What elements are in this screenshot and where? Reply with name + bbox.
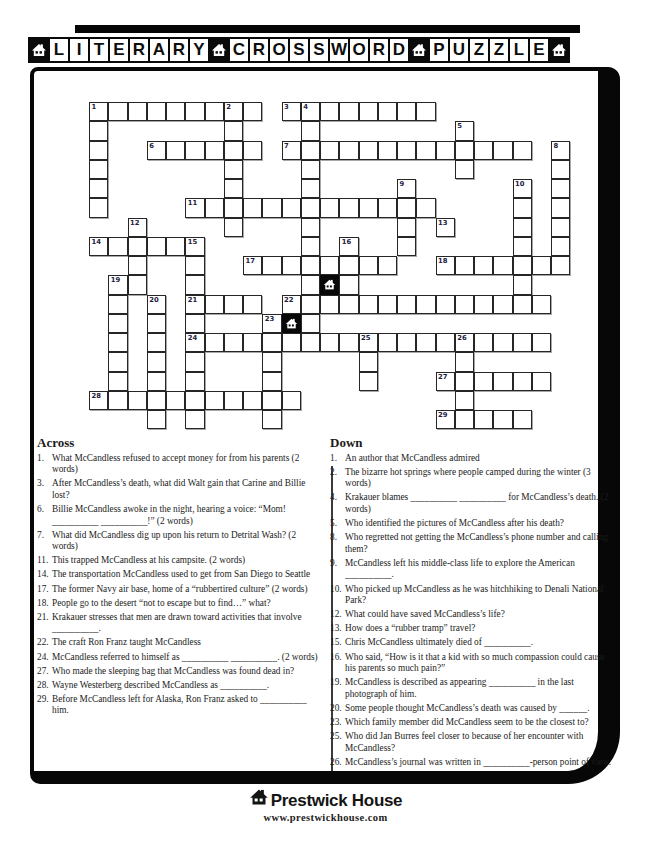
grid-cell[interactable] xyxy=(493,256,512,275)
grid-cell[interactable] xyxy=(513,198,532,217)
clue-number-label: 28. xyxy=(37,680,52,692)
grid-cell[interactable] xyxy=(282,333,301,352)
grid-cell[interactable] xyxy=(185,256,204,275)
grid-cell[interactable] xyxy=(224,218,243,237)
grid-cell[interactable] xyxy=(224,333,243,352)
grid-cell[interactable] xyxy=(166,102,185,121)
grid-cell[interactable]: 4 xyxy=(301,102,320,121)
grid-cell[interactable]: 28 xyxy=(89,391,108,410)
grid-cell[interactable] xyxy=(416,295,435,314)
clue-text: Who did Jan Burres feel closer to becaus… xyxy=(345,731,616,754)
grid-cell[interactable] xyxy=(532,295,551,314)
grid-cell[interactable] xyxy=(243,333,262,352)
title-letter-box: U xyxy=(448,37,470,63)
house-icon xyxy=(411,42,427,58)
grid-gap xyxy=(416,218,435,237)
grid-cell[interactable] xyxy=(166,391,185,410)
grid-cell[interactable] xyxy=(416,102,435,121)
grid-gap xyxy=(436,237,455,256)
grid-cell[interactable] xyxy=(474,295,493,314)
title-letter-box: Z xyxy=(488,37,510,63)
down-heading: Down xyxy=(330,437,616,449)
grid-cell[interactable] xyxy=(301,179,320,198)
grid-cell[interactable] xyxy=(224,121,243,140)
grid-gap xyxy=(339,352,358,371)
grid-cell[interactable] xyxy=(282,256,301,275)
grid-cell[interactable] xyxy=(339,198,358,217)
grid-gap xyxy=(455,237,474,256)
grid-cell[interactable] xyxy=(108,102,127,121)
grid-cell[interactable] xyxy=(89,179,108,198)
grid-gap xyxy=(378,314,397,333)
grid-cell[interactable]: 26 xyxy=(455,333,474,352)
grid-cell[interactable] xyxy=(108,352,127,371)
brand-name: Prestwick House xyxy=(271,791,403,811)
grid-gap xyxy=(205,121,224,140)
grid-gap xyxy=(205,275,224,294)
grid-cell[interactable] xyxy=(455,141,474,160)
grid-cell[interactable] xyxy=(513,333,532,352)
title-letter-box: S xyxy=(308,37,330,63)
grid-cell[interactable] xyxy=(474,141,493,160)
clue-text: McCandless left his middle-class life to… xyxy=(345,558,616,581)
grid-cell[interactable] xyxy=(493,295,512,314)
clue-number: 3 xyxy=(284,103,289,111)
grid-cell[interactable] xyxy=(493,141,512,160)
grid-cell[interactable] xyxy=(474,372,493,391)
grid-cell[interactable] xyxy=(262,256,281,275)
grid-cell[interactable] xyxy=(551,237,570,256)
grid-cell[interactable] xyxy=(185,102,204,121)
grid-cell[interactable] xyxy=(378,102,397,121)
clue-number-label: 1. xyxy=(330,453,345,465)
clue-number-label: 23. xyxy=(330,717,345,729)
grid-cell[interactable] xyxy=(301,333,320,352)
clue-text: Who said, “How is it that a kid with so … xyxy=(345,652,616,675)
grid-gap xyxy=(243,275,262,294)
grid-cell[interactable] xyxy=(551,218,570,237)
clue-number: 2 xyxy=(226,103,231,111)
clue-number-label: 18. xyxy=(37,598,52,610)
grid-cell[interactable] xyxy=(416,333,435,352)
grid-gap xyxy=(493,218,512,237)
grid-gap xyxy=(166,333,185,352)
grid-cell[interactable] xyxy=(147,391,166,410)
grid-cell[interactable] xyxy=(339,141,358,160)
grid-cell[interactable] xyxy=(301,160,320,179)
grid-gap xyxy=(359,121,378,140)
grid-gap xyxy=(474,352,493,371)
grid-cell[interactable] xyxy=(551,160,570,179)
grid-cell[interactable] xyxy=(513,372,532,391)
grid-cell[interactable] xyxy=(185,275,204,294)
grid-cell[interactable] xyxy=(243,295,262,314)
logo-black-cell xyxy=(320,275,339,294)
grid-gap xyxy=(474,198,493,217)
grid-cell[interactable]: 16 xyxy=(339,237,358,256)
grid-cell[interactable]: 14 xyxy=(89,237,108,256)
grid-cell[interactable] xyxy=(128,102,147,121)
grid-cell[interactable] xyxy=(320,198,339,217)
grid-cell[interactable] xyxy=(185,141,204,160)
grid-cell[interactable] xyxy=(551,179,570,198)
grid-cell[interactable] xyxy=(243,141,262,160)
grid-cell[interactable] xyxy=(185,314,204,333)
grid-cell[interactable] xyxy=(262,352,281,371)
grid-cell[interactable] xyxy=(205,198,224,217)
grid-cell[interactable]: 29 xyxy=(436,410,455,429)
grid-gap xyxy=(243,179,262,198)
grid-cell[interactable] xyxy=(147,102,166,121)
grid-cell[interactable]: 22 xyxy=(282,295,301,314)
grid-gap xyxy=(108,256,127,275)
grid-gap xyxy=(262,121,281,140)
title-house-logo-box xyxy=(208,37,230,63)
grid-gap xyxy=(89,218,108,237)
grid-cell[interactable] xyxy=(224,179,243,198)
grid-cell[interactable] xyxy=(551,256,570,275)
clue-text: Who identified the pictures of McCandles… xyxy=(345,518,616,530)
grid-cell[interactable] xyxy=(185,410,204,429)
grid-cell[interactable] xyxy=(532,372,551,391)
grid-gap xyxy=(166,295,185,314)
grid-cell[interactable]: 7 xyxy=(282,141,301,160)
grid-gap xyxy=(397,160,416,179)
grid-cell[interactable] xyxy=(455,160,474,179)
grid-cell[interactable] xyxy=(378,198,397,217)
grid-cell[interactable]: 13 xyxy=(436,218,455,237)
grid-cell[interactable] xyxy=(397,102,416,121)
grid-cell[interactable] xyxy=(513,295,532,314)
grid-cell[interactable]: 11 xyxy=(185,198,204,217)
grid-gap xyxy=(436,391,455,410)
grid-cell[interactable] xyxy=(359,256,378,275)
grid-cell[interactable] xyxy=(243,198,262,217)
grid-cell[interactable] xyxy=(147,237,166,256)
grid-cell[interactable] xyxy=(185,372,204,391)
grid-cell[interactable] xyxy=(166,141,185,160)
grid-cell[interactable] xyxy=(513,275,532,294)
grid-gap xyxy=(532,352,551,371)
grid-cell[interactable]: 27 xyxy=(436,372,455,391)
grid-gap xyxy=(378,352,397,371)
grid-cell[interactable] xyxy=(397,295,416,314)
grid-cell[interactable]: 24 xyxy=(185,333,204,352)
grid-cell[interactable] xyxy=(282,198,301,217)
grid-cell[interactable] xyxy=(455,256,474,275)
grid-cell[interactable]: 19 xyxy=(108,275,127,294)
grid-cell[interactable] xyxy=(397,141,416,160)
grid-gap xyxy=(205,372,224,391)
grid-cell[interactable] xyxy=(89,141,108,160)
grid-cell[interactable] xyxy=(532,333,551,352)
grid-gap xyxy=(185,121,204,140)
down-clue: 12.What could have saved McCandless’s li… xyxy=(330,609,616,621)
grid-cell[interactable] xyxy=(513,410,532,429)
clue-number-label: 1. xyxy=(37,453,52,476)
grid-cell[interactable] xyxy=(128,256,147,275)
grid-gap xyxy=(532,314,551,333)
grid-gap xyxy=(339,391,358,410)
grid-cell[interactable] xyxy=(224,160,243,179)
grid-cell[interactable] xyxy=(282,391,301,410)
grid-cell[interactable]: 21 xyxy=(185,295,204,314)
grid-cell[interactable] xyxy=(262,372,281,391)
grid-cell[interactable] xyxy=(147,352,166,371)
grid-cell[interactable] xyxy=(89,121,108,140)
clue-number: 1 xyxy=(92,103,97,111)
grid-cell[interactable] xyxy=(455,352,474,371)
across-clue: 11.This trapped McCandless at his campsi… xyxy=(37,555,324,567)
grid-cell[interactable] xyxy=(301,256,320,275)
grid-cell[interactable] xyxy=(224,295,243,314)
grid-cell[interactable] xyxy=(301,295,320,314)
grid-cell[interactable] xyxy=(474,333,493,352)
grid-gap xyxy=(320,237,339,256)
grid-cell[interactable]: 10 xyxy=(513,179,532,198)
grid-cell[interactable] xyxy=(262,410,281,429)
grid-gap xyxy=(378,237,397,256)
grid-cell[interactable] xyxy=(359,295,378,314)
grid-cell[interactable] xyxy=(416,198,435,217)
across-clue: 1.What McCandless refused to accept mone… xyxy=(37,453,324,476)
grid-cell[interactable] xyxy=(513,141,532,160)
grid-cell[interactable] xyxy=(339,102,358,121)
grid-gap xyxy=(397,314,416,333)
grid-cell[interactable]: 17 xyxy=(243,256,262,275)
grid-cell[interactable] xyxy=(224,141,243,160)
clue-text: This trapped McCandless at his campsite.… xyxy=(52,555,324,567)
grid-gap xyxy=(128,295,147,314)
grid-cell[interactable] xyxy=(397,237,416,256)
grid-gap xyxy=(108,121,127,140)
grid-cell[interactable]: 2 xyxy=(224,102,243,121)
grid-gap xyxy=(551,333,570,352)
grid-cell[interactable] xyxy=(474,410,493,429)
grid-cell[interactable] xyxy=(262,391,281,410)
clue-number: 25 xyxy=(361,334,370,342)
grid-cell[interactable]: 23 xyxy=(262,314,281,333)
grid-cell[interactable] xyxy=(493,372,512,391)
grid-cell[interactable] xyxy=(108,391,127,410)
grid-cell[interactable] xyxy=(147,314,166,333)
grid-gap xyxy=(339,121,358,140)
grid-cell[interactable] xyxy=(455,391,474,410)
grid-cell[interactable] xyxy=(128,391,147,410)
grid-cell[interactable] xyxy=(339,275,358,294)
grid-cell[interactable] xyxy=(397,198,416,217)
grid-gap xyxy=(320,391,339,410)
grid-cell[interactable] xyxy=(532,256,551,275)
grid-gap xyxy=(551,314,570,333)
grid-cell[interactable] xyxy=(147,410,166,429)
grid-cell[interactable]: 6 xyxy=(147,141,166,160)
title-letter-box: W xyxy=(328,37,350,63)
grid-cell[interactable] xyxy=(147,372,166,391)
grid-gap xyxy=(320,314,339,333)
grid-cell[interactable] xyxy=(455,295,474,314)
grid-cell[interactable] xyxy=(243,102,262,121)
grid-cell[interactable] xyxy=(301,141,320,160)
grid-cell[interactable] xyxy=(166,237,185,256)
grid-cell[interactable] xyxy=(224,198,243,217)
grid-gap xyxy=(532,102,551,121)
clue-text: People go to the desert “not to escape b… xyxy=(52,598,324,610)
grid-cell[interactable]: 20 xyxy=(147,295,166,314)
grid-cell[interactable] xyxy=(205,391,224,410)
grid-cell[interactable]: 18 xyxy=(436,256,455,275)
grid-gap xyxy=(378,410,397,429)
grid-gap xyxy=(89,295,108,314)
grid-cell[interactable] xyxy=(243,391,262,410)
grid-cell[interactable] xyxy=(128,237,147,256)
grid-gap xyxy=(166,314,185,333)
grid-gap xyxy=(416,352,435,371)
grid-cell[interactable]: 25 xyxy=(359,333,378,352)
grid-cell[interactable]: 9 xyxy=(397,179,416,198)
grid-cell[interactable] xyxy=(301,121,320,140)
grid-cell[interactable]: 15 xyxy=(185,237,204,256)
grid-cell[interactable]: 3 xyxy=(282,102,301,121)
grid-cell[interactable] xyxy=(89,198,108,217)
grid-gap xyxy=(282,237,301,256)
grid-cell[interactable]: 8 xyxy=(551,141,570,160)
across-clue: 3.After McCandless’s death, what did Wal… xyxy=(37,478,324,501)
grid-cell[interactable] xyxy=(301,198,320,217)
across-clue: 18.People go to the desert “not to escap… xyxy=(37,598,324,610)
grid-cell[interactable] xyxy=(262,198,281,217)
grid-cell[interactable] xyxy=(339,333,358,352)
grid-gap xyxy=(397,410,416,429)
grid-cell[interactable] xyxy=(378,141,397,160)
grid-cell[interactable]: 1 xyxy=(89,102,108,121)
grid-cell[interactable] xyxy=(493,410,512,429)
down-clue-list: 1.An author that McCandless admired2.The… xyxy=(330,453,616,769)
grid-gap xyxy=(243,218,262,237)
title-letter-box: R xyxy=(128,37,150,63)
grid-gap xyxy=(551,391,570,410)
grid-cell[interactable] xyxy=(378,333,397,352)
grid-cell[interactable] xyxy=(301,218,320,237)
grid-cell[interactable] xyxy=(108,372,127,391)
clue-number-label: 21. xyxy=(37,612,52,635)
grid-cell[interactable] xyxy=(320,295,339,314)
grid-cell[interactable] xyxy=(513,237,532,256)
grid-cell[interactable] xyxy=(108,333,127,352)
grid-cell[interactable] xyxy=(359,141,378,160)
grid-cell[interactable] xyxy=(551,198,570,217)
grid-cell[interactable] xyxy=(378,295,397,314)
grid-cell[interactable] xyxy=(89,160,108,179)
grid-cell[interactable] xyxy=(397,218,416,237)
grid-gap xyxy=(455,179,474,198)
grid-cell[interactable] xyxy=(205,295,224,314)
title-letter-box: S xyxy=(288,37,310,63)
grid-gap xyxy=(474,314,493,333)
down-clue: 9.McCandless left his middle-class life … xyxy=(330,558,616,581)
clue-number-label: 14. xyxy=(37,569,52,581)
grid-cell[interactable] xyxy=(147,333,166,352)
grid-gap xyxy=(320,372,339,391)
grid-cell[interactable] xyxy=(359,352,378,371)
grid-cell[interactable] xyxy=(436,333,455,352)
grid-cell[interactable] xyxy=(455,410,474,429)
grid-cell[interactable] xyxy=(513,218,532,237)
grid-cell[interactable] xyxy=(185,352,204,371)
grid-gap xyxy=(416,372,435,391)
clue-number-label: 20. xyxy=(330,703,345,715)
grid-cell[interactable] xyxy=(359,198,378,217)
grid-cell[interactable] xyxy=(339,295,358,314)
grid-cell[interactable] xyxy=(301,237,320,256)
grid-cell[interactable] xyxy=(205,141,224,160)
grid-gap xyxy=(436,179,455,198)
grid-gap xyxy=(166,372,185,391)
grid-cell[interactable] xyxy=(359,372,378,391)
grid-cell[interactable] xyxy=(205,102,224,121)
grid-cell[interactable] xyxy=(108,237,127,256)
grid-cell[interactable] xyxy=(436,295,455,314)
grid-gap xyxy=(282,121,301,140)
house-icon xyxy=(211,42,227,58)
grid-gap xyxy=(282,218,301,237)
grid-cell[interactable] xyxy=(493,333,512,352)
grid-cell[interactable] xyxy=(397,333,416,352)
clue-text: Who made the sleeping bag that McCandles… xyxy=(52,666,324,678)
top-rule-bar xyxy=(75,25,580,33)
grid-cell[interactable] xyxy=(513,256,532,275)
grid-cell[interactable] xyxy=(320,256,339,275)
grid-cell[interactable] xyxy=(474,256,493,275)
grid-cell[interactable] xyxy=(320,141,339,160)
grid-cell[interactable]: 5 xyxy=(455,121,474,140)
down-clue: 1.An author that McCandless admired xyxy=(330,453,616,465)
grid-gap xyxy=(455,102,474,121)
clue-number-label: 17. xyxy=(37,584,52,596)
grid-cell[interactable] xyxy=(320,102,339,121)
grid-gap xyxy=(166,218,185,237)
grid-cell[interactable] xyxy=(301,275,320,294)
grid-cell[interactable] xyxy=(416,141,435,160)
grid-cell[interactable] xyxy=(301,314,320,333)
grid-gap xyxy=(243,160,262,179)
grid-cell[interactable] xyxy=(185,391,204,410)
house-icon xyxy=(285,317,298,330)
footer: Prestwick House www.prestwickhouse.com xyxy=(0,787,651,823)
grid-cell[interactable] xyxy=(378,256,397,275)
grid-cell[interactable] xyxy=(359,102,378,121)
title-house-logo-box xyxy=(28,37,50,63)
grid-cell[interactable] xyxy=(205,333,224,352)
clue-number: 8 xyxy=(554,142,559,150)
grid-gap xyxy=(301,352,320,371)
grid-cell[interactable]: 12 xyxy=(128,218,147,237)
clue-number: 15 xyxy=(188,238,197,246)
grid-gap xyxy=(378,160,397,179)
grid-gap xyxy=(243,237,262,256)
grid-cell[interactable] xyxy=(108,314,127,333)
grid-cell[interactable] xyxy=(320,333,339,352)
clue-number-label: 10. xyxy=(330,584,345,607)
grid-cell[interactable] xyxy=(455,372,474,391)
grid-cell[interactable] xyxy=(128,275,147,294)
grid-cell[interactable] xyxy=(224,391,243,410)
grid-cell[interactable] xyxy=(262,333,281,352)
grid-cell[interactable] xyxy=(436,141,455,160)
grid-cell[interactable] xyxy=(339,256,358,275)
grid-cell[interactable] xyxy=(108,295,127,314)
grid-gap xyxy=(89,333,108,352)
